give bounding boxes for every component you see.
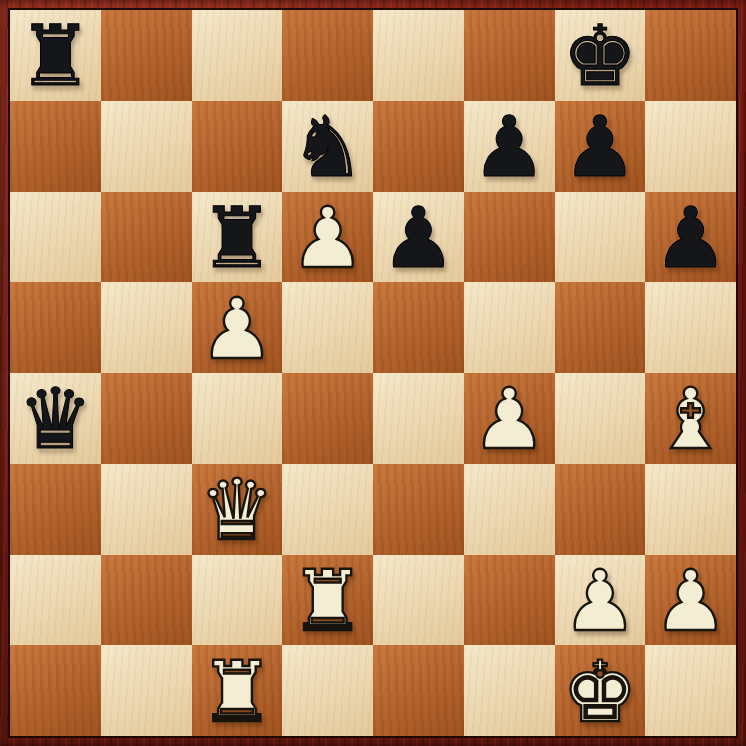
square-f4[interactable]: ♟ [464, 373, 555, 464]
square-a7[interactable] [10, 101, 101, 192]
square-h8[interactable] [645, 10, 736, 101]
piece-white-bishop[interactable]: ♝ [653, 374, 728, 464]
square-c5[interactable]: ♟ [192, 282, 283, 373]
square-d1[interactable] [282, 645, 373, 736]
piece-black-rook[interactable]: ♜ [199, 193, 274, 283]
square-f8[interactable] [464, 10, 555, 101]
square-a4[interactable]: ♛ [10, 373, 101, 464]
square-e5[interactable] [373, 282, 464, 373]
chess-board-frame: ♜♚♞♟♟♜♟♟♟♟♛♟♝♛♜♟♟♜♚ [0, 0, 746, 746]
chess-board: ♜♚♞♟♟♜♟♟♟♟♛♟♝♛♜♟♟♜♚ [10, 10, 736, 736]
square-h7[interactable] [645, 101, 736, 192]
piece-white-rook[interactable]: ♜ [290, 556, 365, 646]
square-e3[interactable] [373, 464, 464, 555]
square-e8[interactable] [373, 10, 464, 101]
square-h5[interactable] [645, 282, 736, 373]
piece-black-queen[interactable]: ♛ [18, 374, 93, 464]
square-c8[interactable] [192, 10, 283, 101]
square-g4[interactable] [555, 373, 646, 464]
square-c1[interactable]: ♜ [192, 645, 283, 736]
square-a1[interactable] [10, 645, 101, 736]
piece-white-pawn[interactable]: ♟ [471, 374, 546, 464]
piece-black-pawn[interactable]: ♟ [471, 102, 546, 192]
square-f7[interactable]: ♟ [464, 101, 555, 192]
square-f3[interactable] [464, 464, 555, 555]
square-b1[interactable] [101, 645, 192, 736]
piece-white-pawn[interactable]: ♟ [290, 193, 365, 283]
square-e7[interactable] [373, 101, 464, 192]
square-a6[interactable] [10, 192, 101, 283]
square-h2[interactable]: ♟ [645, 555, 736, 646]
piece-white-rook[interactable]: ♜ [199, 647, 274, 737]
square-f5[interactable] [464, 282, 555, 373]
square-a3[interactable] [10, 464, 101, 555]
piece-white-king[interactable]: ♚ [562, 647, 637, 737]
piece-black-pawn[interactable]: ♟ [562, 102, 637, 192]
square-f2[interactable] [464, 555, 555, 646]
square-d3[interactable] [282, 464, 373, 555]
square-c7[interactable] [192, 101, 283, 192]
square-d2[interactable]: ♜ [282, 555, 373, 646]
square-b4[interactable] [101, 373, 192, 464]
square-g6[interactable] [555, 192, 646, 283]
square-h4[interactable]: ♝ [645, 373, 736, 464]
square-c3[interactable]: ♛ [192, 464, 283, 555]
chess-board-border: ♜♚♞♟♟♜♟♟♟♟♛♟♝♛♜♟♟♜♚ [8, 8, 738, 738]
square-c4[interactable] [192, 373, 283, 464]
square-g1[interactable]: ♚ [555, 645, 646, 736]
square-d7[interactable]: ♞ [282, 101, 373, 192]
piece-white-queen[interactable]: ♛ [199, 465, 274, 555]
square-b3[interactable] [101, 464, 192, 555]
piece-black-pawn[interactable]: ♟ [653, 193, 728, 283]
piece-white-pawn[interactable]: ♟ [653, 556, 728, 646]
piece-black-king[interactable]: ♚ [562, 11, 637, 101]
square-b6[interactable] [101, 192, 192, 283]
square-b7[interactable] [101, 101, 192, 192]
square-d6[interactable]: ♟ [282, 192, 373, 283]
square-e4[interactable] [373, 373, 464, 464]
square-g5[interactable] [555, 282, 646, 373]
square-f6[interactable] [464, 192, 555, 283]
square-h1[interactable] [645, 645, 736, 736]
piece-black-pawn[interactable]: ♟ [381, 193, 456, 283]
piece-white-pawn[interactable]: ♟ [199, 284, 274, 374]
square-e6[interactable]: ♟ [373, 192, 464, 283]
square-b8[interactable] [101, 10, 192, 101]
square-b5[interactable] [101, 282, 192, 373]
square-h3[interactable] [645, 464, 736, 555]
square-g2[interactable]: ♟ [555, 555, 646, 646]
square-e2[interactable] [373, 555, 464, 646]
square-a2[interactable] [10, 555, 101, 646]
square-g8[interactable]: ♚ [555, 10, 646, 101]
square-g3[interactable] [555, 464, 646, 555]
square-a8[interactable]: ♜ [10, 10, 101, 101]
square-c6[interactable]: ♜ [192, 192, 283, 283]
square-h6[interactable]: ♟ [645, 192, 736, 283]
piece-black-rook[interactable]: ♜ [18, 11, 93, 101]
square-e1[interactable] [373, 645, 464, 736]
square-g7[interactable]: ♟ [555, 101, 646, 192]
piece-black-knight[interactable]: ♞ [290, 102, 365, 192]
square-c2[interactable] [192, 555, 283, 646]
square-f1[interactable] [464, 645, 555, 736]
square-a5[interactable] [10, 282, 101, 373]
piece-white-pawn[interactable]: ♟ [562, 556, 637, 646]
square-b2[interactable] [101, 555, 192, 646]
square-d5[interactable] [282, 282, 373, 373]
square-d4[interactable] [282, 373, 373, 464]
square-d8[interactable] [282, 10, 373, 101]
